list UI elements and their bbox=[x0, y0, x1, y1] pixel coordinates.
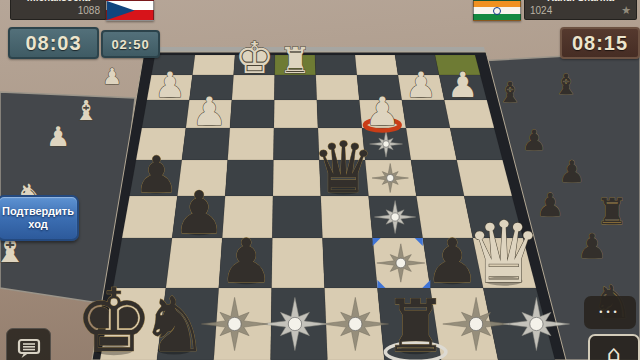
confirm-move-button[interactable]: Подтвердить ход bbox=[0, 195, 79, 241]
square-b4[interactable] bbox=[406, 128, 457, 160]
czech-flag-icon bbox=[106, 0, 154, 21]
move-marker-core-d8 bbox=[349, 317, 362, 330]
square-d7[interactable] bbox=[323, 238, 378, 288]
square-g1[interactable] bbox=[193, 55, 236, 75]
more-options-button[interactable]: ••• bbox=[584, 296, 636, 329]
piece-p-f7[interactable]: ♟ bbox=[219, 226, 274, 296]
move-marker-core-a8 bbox=[530, 317, 543, 330]
piece-P-a2[interactable]: ♟ bbox=[447, 65, 478, 105]
move-marker-core-c5 bbox=[387, 174, 394, 181]
chat-icon bbox=[17, 338, 41, 360]
captured-white-B-1[interactable]: ♝ bbox=[74, 95, 98, 126]
square-a4[interactable] bbox=[450, 128, 502, 160]
square-f3[interactable] bbox=[230, 100, 274, 128]
piece-k-h8[interactable]: ♚ bbox=[75, 270, 153, 360]
piece-P-b2[interactable]: ♟ bbox=[405, 65, 436, 105]
captured-black-p-4[interactable]: ♟ bbox=[536, 186, 565, 224]
square-c1[interactable] bbox=[355, 55, 398, 75]
square-d3[interactable] bbox=[317, 100, 362, 128]
move-marker-core-c7 bbox=[396, 258, 406, 268]
player-rating-left: 1088 bbox=[11, 4, 106, 17]
square-e7[interactable] bbox=[272, 238, 325, 288]
piece-q-d5[interactable]: ♛ bbox=[312, 127, 375, 209]
clock-right-main: 08:15 bbox=[560, 27, 640, 59]
move-marker-core-f8 bbox=[228, 317, 241, 330]
captured-black-p-6[interactable]: ♟ bbox=[577, 226, 607, 266]
move-marker-core-b8 bbox=[469, 317, 482, 330]
piece-R-e1[interactable]: ♜ bbox=[279, 40, 311, 82]
captured-white-P-0[interactable]: ♟ bbox=[102, 64, 122, 89]
piece-P-g3[interactable]: ♟ bbox=[192, 89, 227, 134]
clock-left-secondary: 02:50 bbox=[101, 30, 160, 58]
piece-p-g6[interactable]: ♟ bbox=[173, 178, 226, 247]
india-flag-icon bbox=[473, 0, 521, 21]
move-marker-core-c6 bbox=[391, 213, 399, 221]
move-marker-core-e8 bbox=[288, 317, 301, 330]
player-rating-right: 1024 ★ bbox=[525, 4, 636, 17]
piece-K-f1[interactable]: ♚ bbox=[235, 32, 274, 83]
square-f5[interactable] bbox=[225, 160, 273, 196]
piece-P-h2[interactable]: ♟ bbox=[154, 65, 185, 105]
square-f4[interactable] bbox=[228, 128, 274, 160]
clock-left-main: 08:03 bbox=[8, 27, 99, 59]
captured-black-b-0[interactable]: ♝ bbox=[497, 76, 522, 109]
piece-r-c8[interactable]: ♜ bbox=[383, 284, 448, 360]
captured-black-p-2[interactable]: ♟ bbox=[521, 124, 546, 157]
captured-white-P-2[interactable]: ♟ bbox=[46, 121, 70, 152]
move-marker-core-c4 bbox=[383, 141, 390, 148]
ashoka-chakra-icon bbox=[493, 7, 501, 15]
game-screen: ♚♜♟♟♟♟♟♛♟♟♛♟♟♜♞♚♟♝♟♞♝♝♝♟♟♟♜♟♞ michalisoc… bbox=[0, 0, 640, 360]
captured-black-p-3[interactable]: ♟ bbox=[559, 154, 586, 189]
player-panel-left: michalisocha 1088 bbox=[10, 0, 107, 20]
home-icon: ⌂ bbox=[607, 344, 621, 360]
square-d2[interactable] bbox=[316, 75, 360, 100]
chat-button[interactable] bbox=[6, 328, 51, 360]
ellipsis-icon: ••• bbox=[599, 308, 620, 317]
player-panel-right: Rahul Sharma 1024 ★ bbox=[524, 0, 637, 20]
square-a5[interactable] bbox=[457, 160, 512, 196]
square-e3[interactable] bbox=[274, 100, 318, 128]
home-button[interactable]: ⌂ bbox=[588, 334, 640, 360]
captured-black-b-1[interactable]: ♝ bbox=[553, 68, 578, 101]
square-d1[interactable] bbox=[315, 55, 357, 75]
star-icon: ★ bbox=[621, 4, 636, 17]
square-b5[interactable] bbox=[411, 160, 464, 196]
